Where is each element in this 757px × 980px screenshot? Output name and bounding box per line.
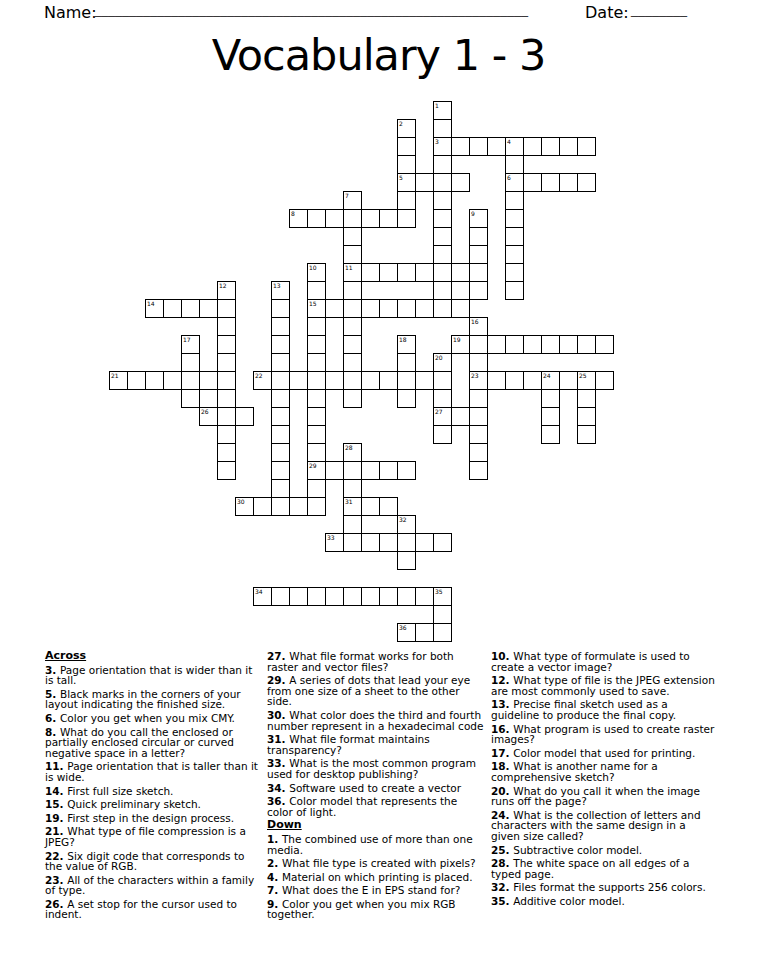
grid-cell-r27c14[interactable]: [361, 587, 380, 606]
grid-cell-r15c18[interactable]: [433, 371, 452, 390]
grid-cell-r6c22[interactable]: [505, 209, 524, 228]
grid-cell-r12c9[interactable]: [271, 317, 290, 336]
grid-cell-r4c26[interactable]: [577, 173, 596, 192]
grid-cell-r7c20[interactable]: [469, 227, 488, 246]
grid-cell-r10c13[interactable]: [343, 281, 362, 300]
grid-cell-r18c18[interactable]: [433, 425, 452, 444]
grid-cell-r13c9[interactable]: [271, 335, 290, 354]
cell-number-23: 23: [471, 372, 479, 379]
grid-cell-r22c13[interactable]: 31: [343, 497, 362, 516]
clue-number-label: 14.: [45, 785, 67, 797]
grid-cell-r2c20[interactable]: [469, 137, 488, 156]
grid-cell-r6c11[interactable]: [307, 209, 326, 228]
grid-cell-r15c9[interactable]: [271, 371, 290, 390]
grid-cell-r15c17[interactable]: [415, 371, 434, 390]
grid-cell-r3c16[interactable]: [397, 155, 416, 174]
grid-cell-r17c24[interactable]: [541, 407, 560, 426]
grid-cell-r13c21[interactable]: [487, 335, 506, 354]
grid-cell-r13c26[interactable]: [577, 335, 596, 354]
grid-cell-r15c15[interactable]: [379, 371, 398, 390]
grid-cell-r16c6[interactable]: [217, 389, 236, 408]
grid-cell-r10c11[interactable]: [307, 281, 326, 300]
clue-36: 36. Color model that represents the colo…: [267, 796, 486, 817]
clue-number-label: 17.: [491, 747, 513, 759]
clue-3: 3. Page orientation that is wider than i…: [45, 665, 259, 686]
grid-cell-r9c15[interactable]: [379, 263, 398, 282]
grid-cell-r9c18[interactable]: [433, 263, 452, 282]
grid-cell-r2c21[interactable]: [487, 137, 506, 156]
clue-number-label: 11.: [45, 760, 67, 772]
grid-cell-r8c18[interactable]: [433, 245, 452, 264]
grid-cell-r27c12[interactable]: [325, 587, 344, 606]
grid-cell-r7c22[interactable]: [505, 227, 524, 246]
clue-35: 35. Additive color model.: [491, 896, 715, 907]
grid-cell-r15c0[interactable]: 21: [109, 371, 128, 390]
clue-21: 21. What type of file compression is a J…: [45, 826, 259, 847]
grid-cell-r20c15[interactable]: [379, 461, 398, 480]
grid-cell-r23c13[interactable]: [343, 515, 362, 534]
grid-cell-r11c2[interactable]: 14: [145, 299, 164, 318]
cell-number-26: 26: [201, 408, 209, 415]
clue-17: 17. Color model that used for printing.: [491, 748, 715, 759]
grid-cell-r17c19[interactable]: [451, 407, 470, 426]
grid-cell-r5c16[interactable]: [397, 191, 416, 210]
grid-cell-r9c16[interactable]: [397, 263, 416, 282]
grid-cell-r24c18[interactable]: [433, 533, 452, 552]
grid-cell-r15c13[interactable]: [343, 371, 362, 390]
grid-cell-r16c20[interactable]: [469, 389, 488, 408]
clue-23: 23. All of the characters within a famil…: [45, 875, 259, 896]
grid-cell-r13c16[interactable]: 18: [397, 335, 416, 354]
grid-cell-r17c9[interactable]: [271, 407, 290, 426]
clue-12: 12. What type of file is the JPEG extens…: [491, 675, 715, 696]
clue-30: 30. What color does the third and fourth…: [267, 710, 486, 731]
grid-cell-r4c24[interactable]: [541, 173, 560, 192]
grid-cell-r15c20[interactable]: 23: [469, 371, 488, 390]
grid-cell-r15c16[interactable]: [397, 371, 416, 390]
grid-cell-r15c1[interactable]: [127, 371, 146, 390]
grid-cell-r10c20[interactable]: [469, 281, 488, 300]
grid-cell-r17c18[interactable]: 27: [433, 407, 452, 426]
grid-cell-r22c9[interactable]: [271, 497, 290, 516]
clue-9: 9. Color you get when you mix RGB togeth…: [267, 899, 486, 920]
grid-cell-r15c8[interactable]: 22: [253, 371, 272, 390]
grid-cell-r11c14[interactable]: [361, 299, 380, 318]
clue-number-label: 29.: [267, 674, 289, 686]
grid-cell-r6c10[interactable]: 8: [289, 209, 308, 228]
clue-number-label: 12.: [491, 674, 513, 686]
grid-cell-r20c13[interactable]: [343, 461, 362, 480]
grid-cell-r21c9[interactable]: [271, 479, 290, 498]
grid-cell-r1c16[interactable]: 2: [397, 119, 416, 138]
grid-cell-r27c11[interactable]: [307, 587, 326, 606]
grid-cell-r27c9[interactable]: [271, 587, 290, 606]
grid-cell-r15c12[interactable]: [325, 371, 344, 390]
grid-cell-r15c21[interactable]: [487, 371, 506, 390]
grid-cell-r5c13[interactable]: 7: [343, 191, 362, 210]
clue-25: 25. Subtractive color model.: [491, 845, 715, 856]
grid-cell-r18c11[interactable]: [307, 425, 326, 444]
grid-cell-r11c17[interactable]: [415, 299, 434, 318]
grid-cell-r17c7[interactable]: [235, 407, 254, 426]
grid-cell-r27c10[interactable]: [289, 587, 308, 606]
grid-cell-r14c13[interactable]: [343, 353, 362, 372]
grid-cell-r18c9[interactable]: [271, 425, 290, 444]
grid-cell-r22c8[interactable]: [253, 497, 272, 516]
grid-cell-r9c22[interactable]: [505, 263, 524, 282]
name-label: Name:: [44, 3, 97, 22]
grid-cell-r11c11[interactable]: 15: [307, 299, 326, 318]
cell-number-15: 15: [309, 300, 317, 307]
clue-number-label: 15.: [45, 798, 67, 810]
grid-cell-r10c22[interactable]: [505, 281, 524, 300]
grid-cell-r13c11[interactable]: [307, 335, 326, 354]
grid-cell-r9c11[interactable]: 10: [307, 263, 326, 282]
cell-number-13: 13: [273, 282, 281, 289]
grid-cell-r16c26[interactable]: [577, 389, 596, 408]
date-label: Date:: [585, 3, 629, 22]
cell-number-19: 19: [453, 336, 461, 343]
grid-cell-r2c24[interactable]: [541, 137, 560, 156]
grid-cell-r16c9[interactable]: [271, 389, 290, 408]
grid-cell-r2c18[interactable]: 3: [433, 137, 452, 156]
clue-number-label: 18.: [491, 760, 513, 772]
grid-cell-r11c6[interactable]: [217, 299, 236, 318]
grid-cell-r15c11[interactable]: [307, 371, 326, 390]
cell-number-3: 3: [435, 138, 439, 145]
clue-7: 7. What does the E in EPS stand for?: [267, 885, 486, 896]
grid-cell-r24c12[interactable]: 33: [325, 533, 344, 552]
clue-number-label: 2.: [267, 857, 282, 869]
grid-cell-r13c6[interactable]: [217, 335, 236, 354]
grid-cell-r22c15[interactable]: [379, 497, 398, 516]
clue-number-label: 6.: [45, 712, 60, 724]
grid-cell-r24c17[interactable]: [415, 533, 434, 552]
grid-cell-r13c27[interactable]: [595, 335, 614, 354]
grid-cell-r24c16[interactable]: [397, 533, 416, 552]
grid-cell-r21c13[interactable]: [343, 479, 362, 498]
clue-10: 10. What type of formulate is used to cr…: [491, 651, 715, 672]
grid-cell-r15c3[interactable]: [163, 371, 182, 390]
grid-cell-r18c24[interactable]: [541, 425, 560, 444]
clue-27: 27. What file format works for both rast…: [267, 651, 486, 672]
grid-cell-r23c16[interactable]: 32: [397, 515, 416, 534]
grid-cell-r17c6[interactable]: [217, 407, 236, 426]
grid-cell-r27c16[interactable]: [397, 587, 416, 606]
grid-cell-r4c23[interactable]: [523, 173, 542, 192]
grid-cell-r4c17[interactable]: [415, 173, 434, 192]
grid-cell-r10c18[interactable]: [433, 281, 452, 300]
grid-cell-r18c26[interactable]: [577, 425, 596, 444]
grid-cell-r16c11[interactable]: [307, 389, 326, 408]
cell-number-32: 32: [399, 516, 407, 523]
grid-cell-r5c18[interactable]: [433, 191, 452, 210]
grid-cell-r2c19[interactable]: [451, 137, 470, 156]
grid-cell-r9c19[interactable]: [451, 263, 470, 282]
clue-number-label: 21.: [45, 825, 67, 837]
grid-cell-r2c23[interactable]: [523, 137, 542, 156]
grid-cell-r11c18[interactable]: [433, 299, 452, 318]
grid-cell-r20c14[interactable]: [361, 461, 380, 480]
grid-cell-r12c13[interactable]: [343, 317, 362, 336]
grid-cell-r20c12[interactable]: [325, 461, 344, 480]
cell-number-7: 7: [345, 192, 349, 199]
clue-5: 5. Black marks in the corners of your la…: [45, 689, 259, 710]
grid-cell-r4c18[interactable]: [433, 173, 452, 192]
clue-number-label: 4.: [267, 871, 282, 883]
grid-cell-r15c27[interactable]: [595, 371, 614, 390]
grid-cell-r15c14[interactable]: [361, 371, 380, 390]
clue-11: 11. Page orientation that is taller than…: [45, 761, 259, 782]
page-title: Vocabulary 1 - 3: [0, 30, 757, 80]
clue-number-label: 23.: [45, 874, 67, 886]
grid-cell-r27c17[interactable]: [415, 587, 434, 606]
clue-number-label: 20.: [491, 785, 513, 797]
cell-number-28: 28: [345, 444, 353, 451]
grid-cell-r15c23[interactable]: [523, 371, 542, 390]
grid-cell-r15c24[interactable]: 24: [541, 371, 560, 390]
across-header: Across: [45, 651, 259, 662]
name-blank-line: ________________________________________…: [94, 1, 528, 17]
cell-number-4: 4: [507, 138, 511, 145]
clue-20: 20. What do you call it when the image r…: [491, 786, 715, 807]
cell-number-30: 30: [237, 498, 245, 505]
clue-number-label: 33.: [267, 757, 289, 769]
grid-cell-r15c5[interactable]: [199, 371, 218, 390]
grid-cell-r6c13[interactable]: [343, 209, 362, 228]
grid-cell-r17c11[interactable]: [307, 407, 326, 426]
clue-number-label: 8.: [45, 726, 60, 738]
grid-cell-r19c11[interactable]: [307, 443, 326, 462]
clue-28: 28. The white space on all edges of a ty…: [491, 858, 715, 879]
grid-cell-r10c6[interactable]: 12: [217, 281, 236, 300]
grid-cell-r12c11[interactable]: [307, 317, 326, 336]
grid-cell-r24c15[interactable]: [379, 533, 398, 552]
grid-cell-r7c18[interactable]: [433, 227, 452, 246]
grid-cell-r19c13[interactable]: 28: [343, 443, 362, 462]
grid-cell-r17c20[interactable]: [469, 407, 488, 426]
grid-cell-r11c19[interactable]: [451, 299, 470, 318]
grid-cell-r20c16[interactable]: [397, 461, 416, 480]
clue-number-label: 9.: [267, 898, 282, 910]
clue-4: 4. Material on which printing is placed.: [267, 872, 486, 883]
grid-cell-r22c11[interactable]: [307, 497, 326, 516]
grid-cell-r15c10[interactable]: [289, 371, 308, 390]
grid-cell-r18c20[interactable]: [469, 425, 488, 444]
grid-cell-r11c3[interactable]: [163, 299, 182, 318]
grid-cell-r13c23[interactable]: [523, 335, 542, 354]
grid-cell-r24c13[interactable]: [343, 533, 362, 552]
grid-cell-r13c22[interactable]: [505, 335, 524, 354]
cell-number-21: 21: [111, 372, 119, 379]
grid-cell-r4c22[interactable]: 6: [505, 173, 524, 192]
grid-cell-r13c24[interactable]: [541, 335, 560, 354]
grid-cell-r6c12[interactable]: [325, 209, 344, 228]
grid-cell-r17c26[interactable]: [577, 407, 596, 426]
grid-cell-r13c20[interactable]: [469, 335, 488, 354]
grid-cell-r17c5[interactable]: 26: [199, 407, 218, 426]
grid-cell-r5c22[interactable]: [505, 191, 524, 210]
clue-number-label: 28.: [491, 857, 513, 869]
grid-cell-r7c13[interactable]: [343, 227, 362, 246]
clue-16: 16. What program is used to create raste…: [491, 724, 715, 745]
grid-cell-r29c16[interactable]: 36: [397, 623, 416, 642]
grid-cell-r13c25[interactable]: [559, 335, 578, 354]
cell-number-2: 2: [399, 120, 403, 127]
grid-cell-r6c15[interactable]: [379, 209, 398, 228]
grid-cell-r22c7[interactable]: 30: [235, 497, 254, 516]
grid-cell-r13c4[interactable]: 17: [181, 335, 200, 354]
grid-cell-r14c6[interactable]: [217, 353, 236, 372]
grid-cell-r27c8[interactable]: 34: [253, 587, 272, 606]
cell-number-34: 34: [255, 588, 263, 595]
cell-number-17: 17: [183, 336, 191, 343]
grid-cell-r6c14[interactable]: [361, 209, 380, 228]
clue-number-label: 26.: [45, 898, 67, 910]
grid-cell-r11c9[interactable]: [271, 299, 290, 318]
cell-number-1: 1: [435, 102, 439, 109]
grid-cell-r8c22[interactable]: [505, 245, 524, 264]
grid-cell-r14c9[interactable]: [271, 353, 290, 372]
grid-cell-r15c26[interactable]: 25: [577, 371, 596, 390]
grid-cell-r15c6[interactable]: [217, 371, 236, 390]
grid-cell-r15c2[interactable]: [145, 371, 164, 390]
clue-number-label: 5.: [45, 688, 60, 700]
grid-cell-r11c12[interactable]: [325, 299, 344, 318]
grid-cell-r2c25[interactable]: [559, 137, 578, 156]
clue-number-label: 27.: [267, 650, 289, 662]
grid-cell-r27c15[interactable]: [379, 587, 398, 606]
clue-26: 26. A set stop for the cursor used to in…: [45, 899, 259, 920]
clue-number-label: 16.: [491, 723, 513, 735]
grid-cell-r13c19[interactable]: 19: [451, 335, 470, 354]
clue-8: 8. What do you call the enclosed or part…: [45, 727, 259, 759]
grid-cell-r16c13[interactable]: [343, 389, 362, 408]
grid-cell-r9c20[interactable]: [469, 263, 488, 282]
cell-number-33: 33: [327, 534, 335, 541]
grid-cell-r9c14[interactable]: [361, 263, 380, 282]
cell-number-9: 9: [471, 210, 475, 217]
grid-cell-r15c4[interactable]: [181, 371, 200, 390]
grid-cell-r20c20[interactable]: [469, 461, 488, 480]
grid-cell-r25c16[interactable]: [397, 551, 416, 570]
grid-cell-r16c4[interactable]: [181, 389, 200, 408]
grid-cell-r6c16[interactable]: [397, 209, 416, 228]
cell-number-8: 8: [291, 210, 295, 217]
grid-cell-r6c18[interactable]: [433, 209, 452, 228]
grid-cell-r20c11[interactable]: 29: [307, 461, 326, 480]
cell-number-6: 6: [507, 174, 511, 181]
grid-cell-r6c20[interactable]: 9: [469, 209, 488, 228]
grid-cell-r22c10[interactable]: [289, 497, 308, 516]
grid-cell-r4c25[interactable]: [559, 173, 578, 192]
grid-cell-r11c13[interactable]: [343, 299, 362, 318]
cell-number-27: 27: [435, 408, 443, 415]
grid-cell-r10c9[interactable]: 13: [271, 281, 290, 300]
grid-cell-r11c4[interactable]: [181, 299, 200, 318]
clue-number-label: 35.: [491, 895, 513, 907]
grid-cell-r19c6[interactable]: [217, 443, 236, 462]
grid-cell-r27c18[interactable]: 35: [433, 587, 452, 606]
clue-18: 18. What is another name for a comprehen…: [491, 761, 715, 782]
grid-cell-r18c6[interactable]: [217, 425, 236, 444]
crossword-grid: 1234567891011121314151617181920212223242…: [109, 101, 615, 643]
grid-cell-r14c11[interactable]: [307, 353, 326, 372]
grid-cell-r3c18[interactable]: [433, 155, 452, 174]
grid-cell-r20c6[interactable]: [217, 461, 236, 480]
grid-cell-r20c9[interactable]: [271, 461, 290, 480]
grid-cell-r11c5[interactable]: [199, 299, 218, 318]
grid-cell-r11c16[interactable]: [397, 299, 416, 318]
grid-cell-r14c16[interactable]: [397, 353, 416, 372]
clue-number-label: 24.: [491, 809, 513, 821]
grid-cell-r16c18[interactable]: [433, 389, 452, 408]
grid-cell-r2c26[interactable]: [577, 137, 596, 156]
grid-cell-r19c9[interactable]: [271, 443, 290, 462]
clues-column-2: 27. What file format works for both rast…: [267, 651, 486, 923]
grid-cell-r8c20[interactable]: [469, 245, 488, 264]
cell-number-36: 36: [399, 624, 407, 631]
grid-cell-r22c14[interactable]: [361, 497, 380, 516]
grid-cell-r14c4[interactable]: [181, 353, 200, 372]
cell-number-31: 31: [345, 498, 353, 505]
grid-cell-r9c17[interactable]: [415, 263, 434, 282]
clue-24: 24. What is the collection of letters an…: [491, 810, 715, 842]
grid-cell-r28c18[interactable]: [433, 605, 452, 624]
grid-cell-r2c22[interactable]: 4: [505, 137, 524, 156]
grid-cell-r12c20[interactable]: 16: [469, 317, 488, 336]
grid-cell-r9c13[interactable]: 11: [343, 263, 362, 282]
clue-number-label: 3.: [45, 664, 60, 676]
grid-cell-r29c18[interactable]: [433, 623, 452, 642]
grid-cell-r21c11[interactable]: [307, 479, 326, 498]
grid-cell-r16c16[interactable]: [397, 389, 416, 408]
down-header: Down: [267, 820, 486, 831]
grid-cell-r19c20[interactable]: [469, 443, 488, 462]
grid-cell-r14c20[interactable]: [469, 353, 488, 372]
grid-cell-r29c17[interactable]: [415, 623, 434, 642]
cell-number-20: 20: [435, 354, 443, 361]
clue-number-label: 31.: [267, 733, 289, 745]
grid-cell-r15c22[interactable]: [505, 371, 524, 390]
clue-number-label: 25.: [491, 844, 513, 856]
grid-cell-r13c13[interactable]: [343, 335, 362, 354]
grid-cell-r24c14[interactable]: [361, 533, 380, 552]
grid-cell-r2c16[interactable]: [397, 137, 416, 156]
grid-cell-r0c18[interactable]: 1: [433, 101, 452, 120]
grid-cell-r16c24[interactable]: [541, 389, 560, 408]
clue-number-label: 10.: [491, 650, 513, 662]
clue-15: 15. Quick preliminary sketch.: [45, 799, 259, 810]
grid-cell-r1c18[interactable]: [433, 119, 452, 138]
cell-number-5: 5: [399, 174, 403, 181]
clue-number-label: 32.: [491, 881, 513, 893]
grid-cell-r14c18[interactable]: 20: [433, 353, 452, 372]
grid-cell-r4c19[interactable]: [451, 173, 470, 192]
cell-number-29: 29: [309, 462, 317, 469]
grid-cell-r4c16[interactable]: 5: [397, 173, 416, 192]
clue-number-label: 7.: [267, 884, 282, 896]
grid-cell-r8c13[interactable]: [343, 245, 362, 264]
clue-31: 31. What file format maintains transpare…: [267, 734, 486, 755]
grid-cell-r15c25[interactable]: [559, 371, 578, 390]
grid-cell-r12c6[interactable]: [217, 317, 236, 336]
grid-cell-r11c15[interactable]: [379, 299, 398, 318]
grid-cell-r3c22[interactable]: [505, 155, 524, 174]
clue-number-label: 13.: [491, 698, 513, 710]
grid-cell-r27c13[interactable]: [343, 587, 362, 606]
clue-34: 34. Software used to create a vector: [267, 783, 486, 794]
